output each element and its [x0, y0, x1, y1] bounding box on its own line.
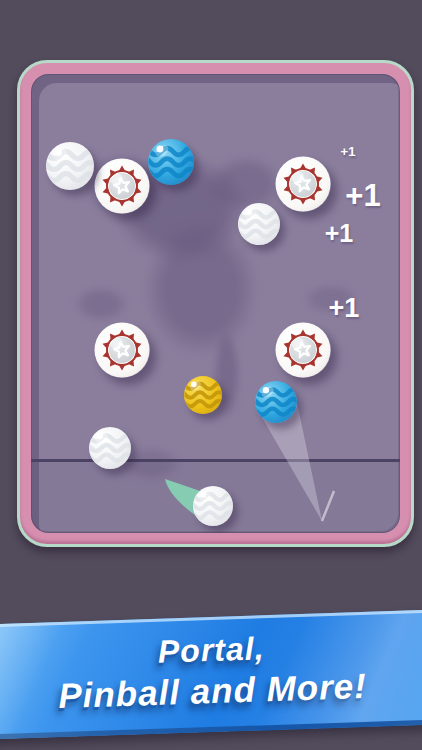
- playfield[interactable]: +1+1+1+1: [31, 74, 400, 533]
- score-popup: +1: [341, 144, 356, 159]
- score-popup: +1: [345, 178, 380, 214]
- white-ball: [238, 203, 280, 245]
- promo-banner: Portal, Pinball and More!: [0, 610, 422, 740]
- score-popup: +1: [329, 293, 360, 324]
- white-ball: [46, 142, 94, 190]
- bumper-star: [275, 156, 331, 212]
- white-ball: [89, 427, 131, 469]
- guide-line: [31, 459, 400, 462]
- blue-ball: [148, 139, 194, 185]
- white-ball: [193, 486, 233, 526]
- score-popup: +1: [325, 219, 354, 248]
- game-board: +1+1+1+1: [17, 60, 414, 547]
- app-screenshot: +1+1+1+1 Portal, Pinball and More!: [0, 0, 422, 750]
- bumper-star: [275, 322, 331, 378]
- bumper-star: [94, 322, 150, 378]
- promo-text-line2: Pinball and More!: [58, 668, 368, 715]
- bumper-star: [94, 158, 150, 214]
- promo-text-line1: Portal,: [157, 633, 265, 670]
- yellow-ball: [184, 376, 222, 414]
- blue-ball: [255, 381, 297, 423]
